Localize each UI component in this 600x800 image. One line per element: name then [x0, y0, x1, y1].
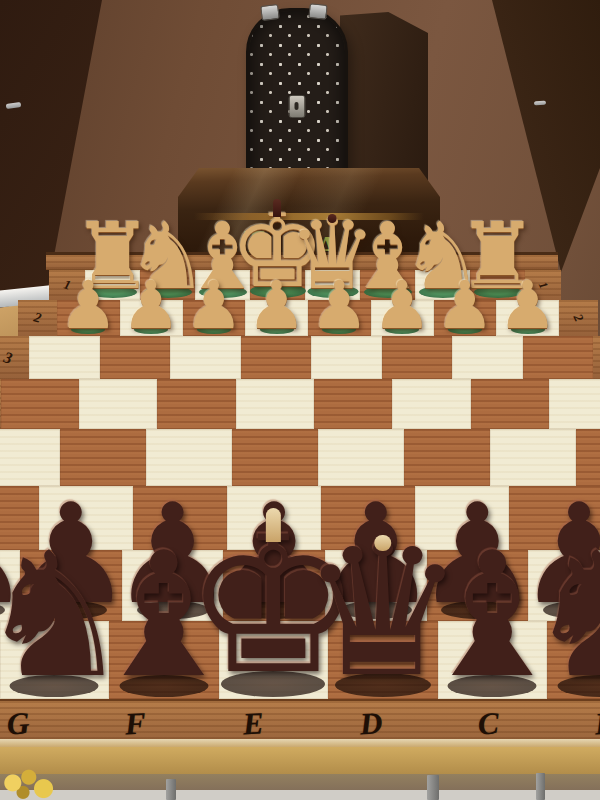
square-h4[interactable]	[1, 379, 79, 429]
rank-label-right-2: 2	[570, 312, 587, 325]
piece-white-pawn-c2[interactable]: ♟	[373, 273, 432, 339]
board-frame-left: 2	[18, 300, 57, 336]
board-front-edge	[0, 739, 600, 747]
square-h3[interactable]	[29, 336, 100, 379]
board-frame-right: 2	[559, 300, 598, 336]
table-leg	[536, 773, 545, 800]
floor-strip	[0, 790, 600, 800]
cabinet-scene: T A 1♜♞♝♚♛♝♞♜12♟♟♟♟♟♟♟♟2334455667♟♟♟♟♟♟♟…	[0, 0, 600, 800]
rank-row-8: 8♜♞♝♚♛♝♞♜8	[0, 621, 600, 699]
file-label-C: C	[477, 705, 500, 742]
square-f2[interactable]: ♟	[183, 300, 246, 336]
rank-label-left-2: 2	[32, 309, 43, 326]
square-c3[interactable]	[382, 336, 453, 379]
piece-white-pawn-g2[interactable]: ♟	[122, 273, 181, 339]
table-front-strip	[0, 747, 600, 774]
board-frame-right: 3	[593, 336, 600, 379]
square-b4[interactable]	[471, 379, 549, 429]
case-clasp-icon	[308, 3, 327, 20]
file-label-B: B	[594, 705, 600, 742]
brass-ornament	[0, 762, 64, 800]
light-finial-icon	[374, 535, 391, 552]
dotted-storage-case[interactable]	[246, 8, 348, 194]
rank-row-2: 2♟♟♟♟♟♟♟♟2	[18, 300, 598, 336]
square-g2[interactable]: ♟	[120, 300, 183, 336]
square-h2[interactable]: ♟	[57, 300, 120, 336]
dark-finial-icon	[328, 214, 337, 223]
piece-white-pawn-h2[interactable]: ♟	[59, 273, 118, 339]
table-leg	[427, 775, 439, 800]
square-a3[interactable]	[523, 336, 594, 379]
square-g3[interactable]	[100, 336, 171, 379]
piece-white-pawn-f2[interactable]: ♟	[184, 273, 243, 339]
square-a2[interactable]: ♟	[496, 300, 559, 336]
square-b3[interactable]	[452, 336, 523, 379]
case-side-panel	[340, 12, 428, 188]
dark-finial-icon	[273, 199, 281, 217]
case-lock-icon	[289, 95, 306, 118]
rank-label-left-3: 3	[2, 348, 15, 368]
rank-row-3: 33	[0, 336, 600, 379]
file-label-E: E	[242, 705, 265, 742]
square-f4[interactable]	[157, 379, 235, 429]
file-label-F: F	[124, 705, 147, 742]
chess-board: 1♜♞♝♚♛♝♞♜12♟♟♟♟♟♟♟♟2334455667♟♟♟♟♟♟♟♟78♜…	[0, 252, 600, 747]
square-b8[interactable]: ♞	[547, 621, 600, 699]
under-shelf-strip	[0, 774, 600, 790]
square-e3[interactable]	[241, 336, 312, 379]
rank-row-4: 44	[0, 379, 600, 429]
square-f3[interactable]	[170, 336, 241, 379]
square-b2[interactable]: ♟	[434, 300, 497, 336]
square-e4[interactable]	[236, 379, 314, 429]
piece-white-pawn-a2[interactable]: ♟	[498, 273, 557, 339]
square-g4[interactable]	[79, 379, 157, 429]
square-d2[interactable]: ♟	[308, 300, 371, 336]
piece-white-pawn-e2[interactable]: ♟	[247, 273, 306, 339]
file-label-G: G	[6, 705, 30, 742]
square-d3[interactable]	[311, 336, 382, 379]
case-clasp-icon	[260, 4, 280, 21]
square-d4[interactable]	[314, 379, 392, 429]
file-label-D: D	[359, 705, 383, 742]
square-c2[interactable]: ♟	[371, 300, 434, 336]
square-e2[interactable]: ♟	[245, 300, 308, 336]
square-c4[interactable]	[392, 379, 470, 429]
piece-black-knight-b8[interactable]: ♞	[525, 530, 600, 702]
table-leg	[166, 779, 176, 800]
square-a4[interactable]	[549, 379, 600, 429]
piece-white-pawn-b2[interactable]: ♟	[435, 273, 494, 339]
board-frame-left: 3	[0, 336, 29, 379]
light-finial-icon	[266, 508, 281, 542]
piece-white-pawn-d2[interactable]: ♟	[310, 273, 369, 339]
